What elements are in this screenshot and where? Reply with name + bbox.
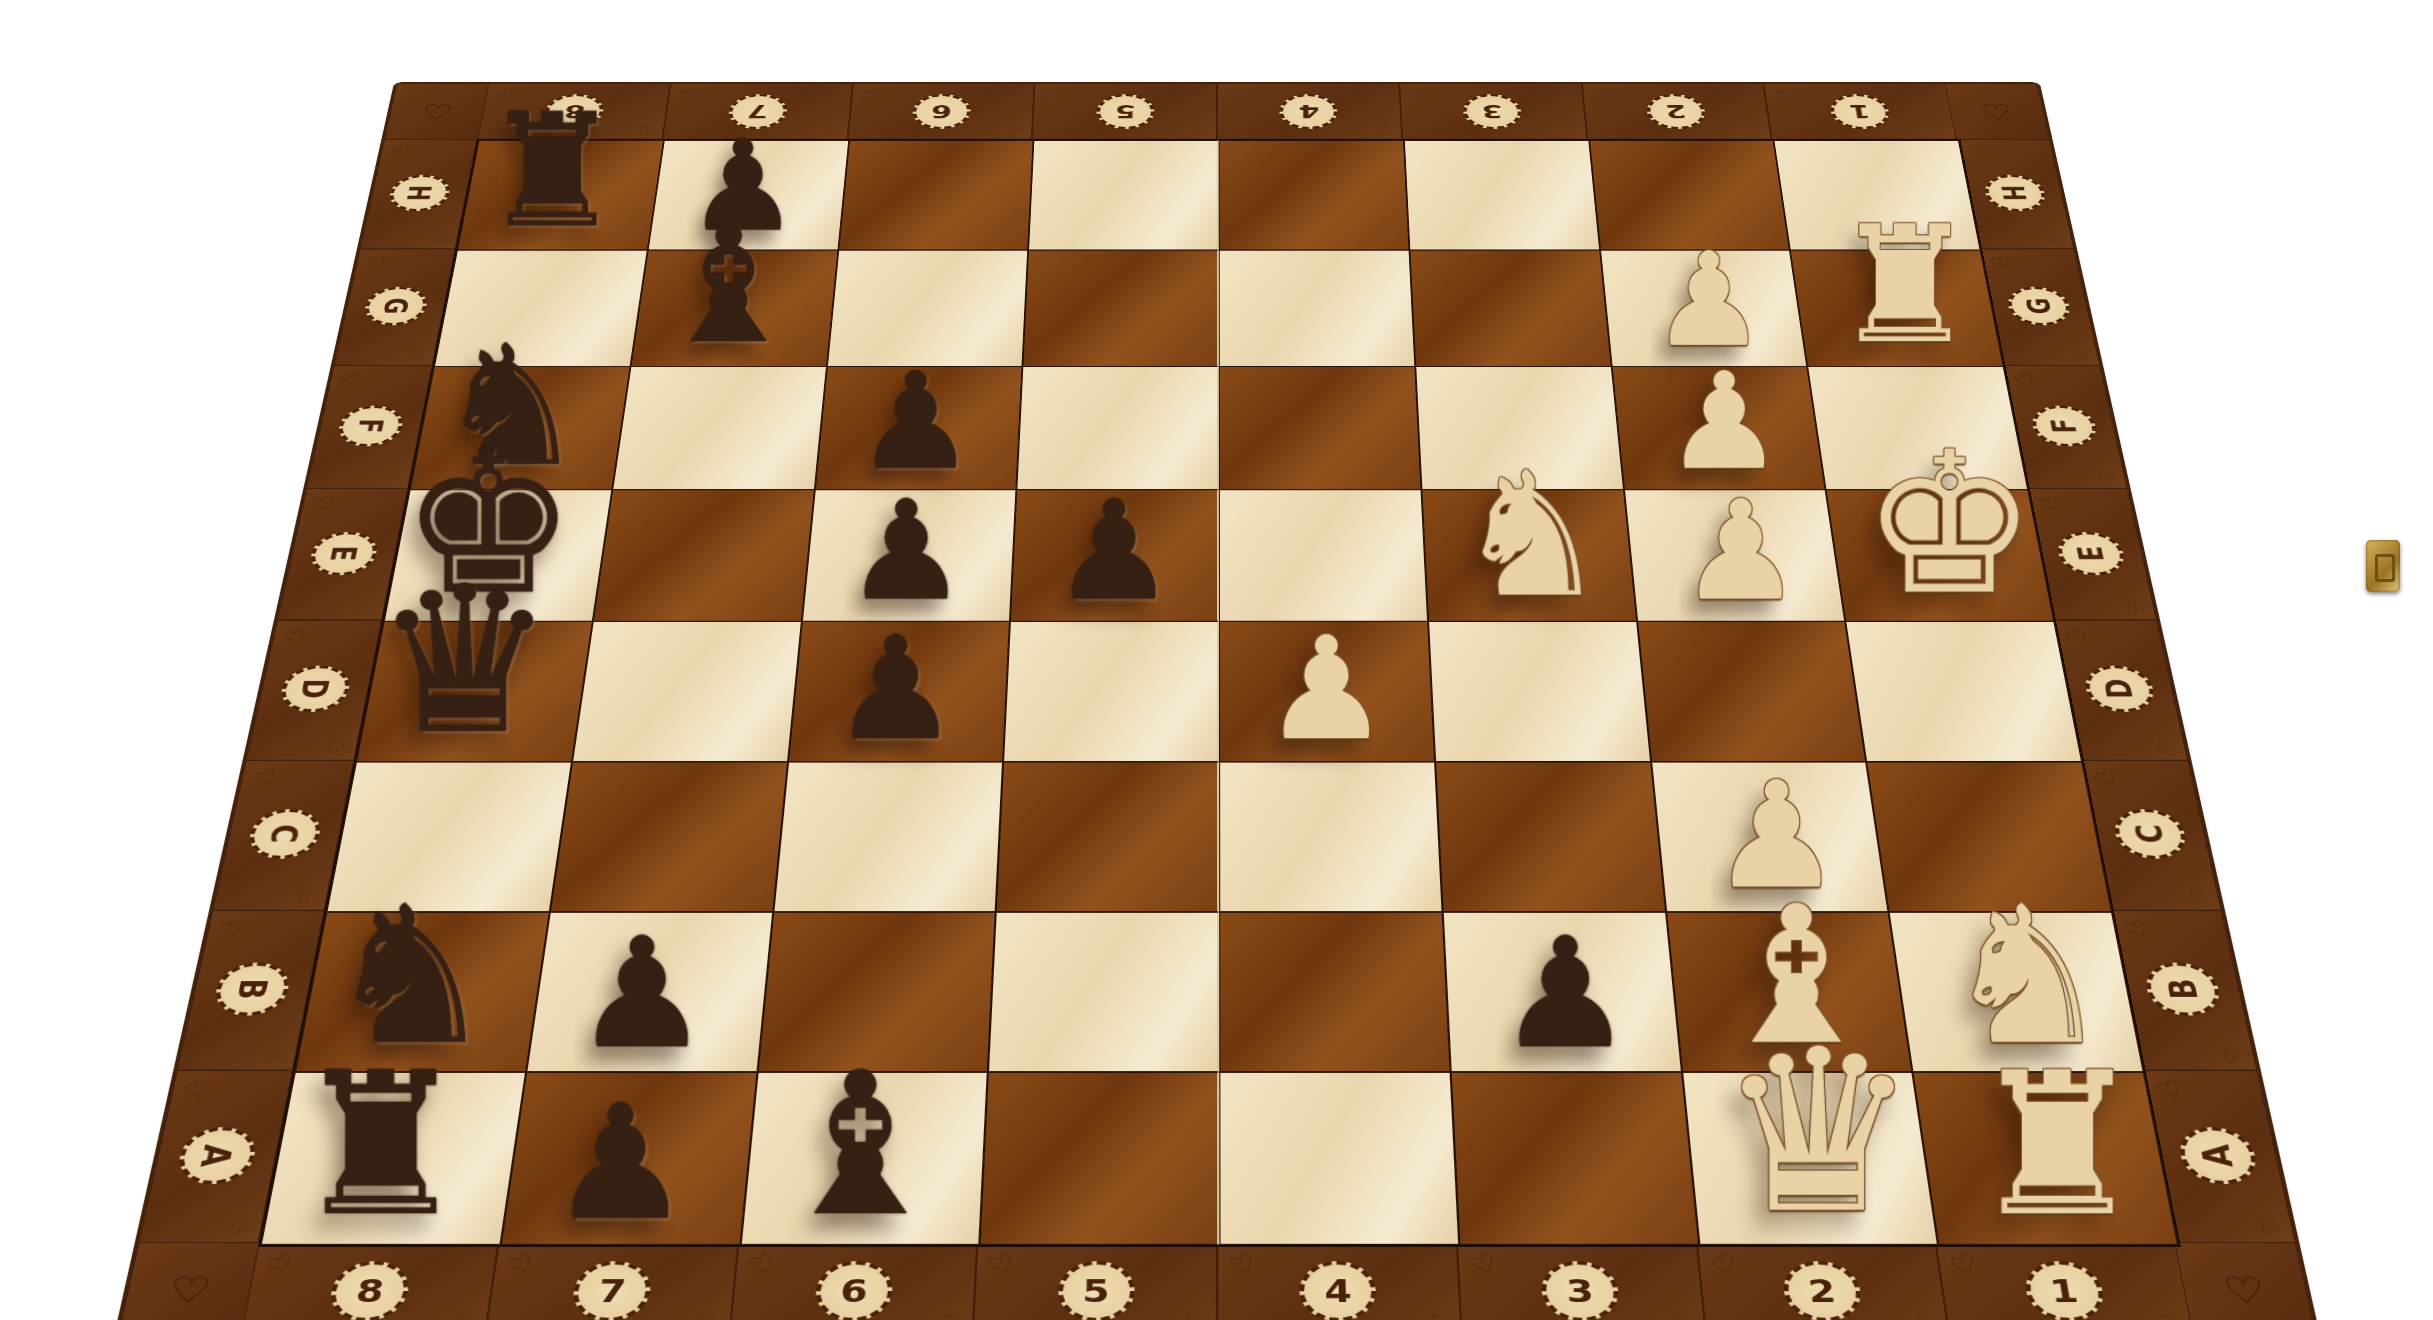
square-b4[interactable] <box>1219 912 1450 1073</box>
rank-bottom-label-text: 1 <box>2047 1276 2080 1307</box>
file-left-label-text: E <box>325 546 362 561</box>
perspective-viewport: ♡ ♡ ♡ ♡ 87654321 87654321 HGFEDCBA HGFED… <box>0 0 2433 1320</box>
black-pawn-b7[interactable]: ♟ <box>573 922 710 1067</box>
file-right-label-text: A <box>2195 1144 2238 1167</box>
file-right-label-text: G <box>2020 298 2055 314</box>
rank-top-label-cell-6: 6 <box>847 84 1035 139</box>
square-g4[interactable] <box>1218 250 1414 366</box>
rank-bottom-label-cell-2: 2 <box>1696 1243 1950 1320</box>
file-left-label-text: C <box>264 825 304 844</box>
rank-top-label-2: 2 <box>1644 94 1706 129</box>
rank-labels-bottom-band: 87654321 <box>239 1243 2194 1320</box>
file-left-label-text: G <box>378 298 413 314</box>
rank-top-label-text: 2 <box>1664 103 1687 121</box>
square-c5[interactable] <box>995 762 1218 912</box>
rank-bottom-label-cell-3: 3 <box>1456 1243 1705 1320</box>
rank-top-label-cell-4: 4 <box>1217 84 1402 139</box>
rank-bottom-label-text: 7 <box>596 1276 627 1307</box>
rank-bottom-label-5: 5 <box>1056 1261 1134 1320</box>
rank-bottom-label-text: 3 <box>1565 1276 1595 1307</box>
file-right-label-a: A <box>2174 1127 2260 1184</box>
square-e2[interactable]: ♟ <box>1623 490 1845 622</box>
rank-bottom-label-cell-1: 1 <box>1935 1243 2194 1320</box>
brass-latch <box>2366 540 2400 592</box>
file-left-label-d: D <box>276 666 353 713</box>
square-e5[interactable]: ♟ <box>1010 490 1219 622</box>
rank-top-label-cell-5: 5 <box>1032 84 1217 139</box>
file-left-label-a: A <box>173 1127 259 1184</box>
white-pawn-f2[interactable]: ♟ <box>1664 359 1784 486</box>
square-d3[interactable] <box>1427 622 1650 762</box>
square-a6[interactable]: ♝ <box>739 1073 987 1246</box>
rank-top-label-cell-2: 2 <box>1581 84 1771 139</box>
square-d6[interactable]: ♟ <box>787 622 1010 762</box>
rank-bottom-label-text: 2 <box>1806 1276 1837 1307</box>
black-bishop-a6[interactable]: ♝ <box>771 1052 948 1239</box>
black-pawn-a7[interactable]: ♟ <box>549 1089 691 1239</box>
rank-top-label-text: 6 <box>930 103 952 121</box>
black-bishop-g7[interactable]: ♝ <box>656 209 801 362</box>
file-left-label-h: H <box>385 175 452 211</box>
file-right-label-text: F <box>2045 419 2080 433</box>
square-g7[interactable]: ♝ <box>630 250 838 366</box>
rank-top-label-text: 3 <box>1481 103 1503 121</box>
square-e3[interactable]: ♞ <box>1421 490 1636 622</box>
file-right-label-text: E <box>2072 546 2109 561</box>
square-d1[interactable] <box>1845 622 2082 762</box>
frame-corner-bottom-left: ♡ <box>116 1242 261 1320</box>
black-queen-d8[interactable]: ♛ <box>374 565 555 757</box>
black-rook-h8[interactable]: ♜ <box>482 97 623 246</box>
rank-bottom-label-text: 4 <box>1323 1276 1351 1307</box>
white-pawn-e2[interactable]: ♟ <box>1678 486 1802 617</box>
rank-bottom-label-1: 1 <box>2020 1261 2107 1320</box>
square-h6[interactable] <box>837 141 1033 251</box>
file-left-label-text: B <box>231 979 272 1000</box>
white-pawn-d4[interactable]: ♟ <box>1262 622 1390 757</box>
rank-bottom-label-text: 8 <box>353 1276 386 1307</box>
rank-bottom-label-text: 6 <box>839 1276 869 1307</box>
white-rook-g1[interactable]: ♜ <box>1832 209 1977 362</box>
white-king-e1[interactable]: ♚ <box>1861 431 2037 617</box>
square-b7[interactable]: ♟ <box>525 912 772 1073</box>
square-h4[interactable] <box>1218 141 1408 251</box>
square-g5[interactable] <box>1022 250 1218 366</box>
rank-bottom-label-cell-7: 7 <box>483 1243 737 1320</box>
black-pawn-f6[interactable]: ♟ <box>855 359 975 486</box>
rank-bottom-label-2: 2 <box>1780 1261 1864 1320</box>
square-c3[interactable] <box>1434 762 1665 912</box>
rank-top-label-text: 5 <box>1114 103 1135 121</box>
rank-top-label-1: 1 <box>1827 94 1891 129</box>
square-c7[interactable] <box>549 762 787 912</box>
rank-top-label-text: 1 <box>1847 103 1871 121</box>
square-a7[interactable]: ♟ <box>500 1073 757 1246</box>
file-right-label-text: D <box>2099 679 2138 699</box>
black-rook-a8[interactable]: ♜ <box>293 1052 470 1239</box>
file-right-label-cell-d: D <box>2052 620 2188 760</box>
square-c4[interactable] <box>1219 762 1442 912</box>
file-right-label-h: H <box>1981 175 2048 211</box>
file-right-label-e: E <box>2053 532 2127 576</box>
rank-top-label-cell-3: 3 <box>1399 84 1587 139</box>
square-a3[interactable] <box>1450 1073 1698 1246</box>
file-left-label-cell-d: D <box>245 620 381 760</box>
rank-bottom-label-cell-8: 8 <box>239 1243 498 1320</box>
square-a1[interactable]: ♜ <box>1912 1073 2177 1246</box>
square-b5[interactable] <box>988 912 1219 1073</box>
frame-corner-bottom-right: ♡ <box>2172 1242 2317 1320</box>
rank-bottom-label-8: 8 <box>326 1261 413 1320</box>
rank-top-label-cell-1: 1 <box>1763 84 1956 139</box>
rank-top-label-4: 4 <box>1279 94 1338 129</box>
square-b3[interactable]: ♟ <box>1442 912 1681 1073</box>
file-left-label-g: G <box>360 287 429 326</box>
rank-bottom-label-cell-6: 6 <box>728 1243 977 1320</box>
file-right-label-text: B <box>2161 979 2202 1000</box>
rank-top-label-text: 8 <box>562 103 586 121</box>
black-pawn-e6[interactable]: ♟ <box>844 486 968 617</box>
square-f7[interactable] <box>612 367 826 491</box>
square-c6[interactable] <box>772 762 1003 912</box>
square-h3[interactable] <box>1403 141 1599 251</box>
file-left-label-text: A <box>195 1144 238 1167</box>
white-knight-e3[interactable]: ♞ <box>1454 454 1608 617</box>
square-e1[interactable]: ♚ <box>1825 490 2053 622</box>
square-a2[interactable]: ♛ <box>1681 1073 1938 1246</box>
frame-corner-top-left: ♡ <box>383 84 489 141</box>
board-squares-grid: ♜♟♝♟♜♞♟♟♚♟♟♞♟♚♛♟♟♟♞♟♟♝♞♜♟♝♛♜ <box>257 140 2180 1247</box>
file-left-label-c: C <box>244 810 324 860</box>
rank-top-label-5: 5 <box>1095 94 1154 129</box>
file-right-label-text: H <box>1997 186 2031 202</box>
square-d2[interactable] <box>1636 622 1866 762</box>
rank-top-label-6: 6 <box>911 94 972 129</box>
chessboard-photo-stage: ♡ ♡ ♡ ♡ 87654321 87654321 HGFEDCBA HGFED… <box>0 0 2433 1320</box>
square-e6[interactable]: ♟ <box>801 490 1016 622</box>
file-right-label-text: C <box>2129 825 2169 844</box>
rank-top-label-text: 4 <box>1298 103 1319 121</box>
square-g3[interactable] <box>1409 250 1611 366</box>
file-right-label-c: C <box>2109 810 2189 860</box>
rank-top-label-3: 3 <box>1462 94 1523 129</box>
square-d8[interactable]: ♛ <box>356 622 593 762</box>
file-right-label-d: D <box>2080 666 2157 713</box>
file-left-label-text: F <box>352 419 387 433</box>
rank-bottom-label-4: 4 <box>1299 1261 1377 1320</box>
white-queen-a2[interactable]: ♛ <box>1716 1025 1917 1238</box>
black-pawn-b3[interactable]: ♟ <box>1497 922 1634 1067</box>
rank-bottom-label-cell-5: 5 <box>972 1243 1216 1320</box>
file-left-label-cell-h: H <box>359 140 476 250</box>
file-right-label-b: B <box>2140 963 2223 1016</box>
frame-corner-top-right: ♡ <box>1944 84 2050 141</box>
rank-bottom-label-3: 3 <box>1539 1261 1620 1320</box>
square-g1[interactable]: ♜ <box>1790 250 2004 366</box>
rank-bottom-label-cell-4: 4 <box>1217 1243 1461 1320</box>
white-rook-a1[interactable]: ♜ <box>1968 1052 2145 1239</box>
file-left-label-text: D <box>295 679 334 699</box>
file-left-label-b: B <box>210 963 293 1016</box>
square-a4[interactable] <box>1219 1073 1459 1246</box>
square-d7[interactable] <box>571 622 801 762</box>
square-h5[interactable] <box>1028 141 1218 251</box>
square-h8[interactable]: ♜ <box>457 141 664 251</box>
square-d5[interactable] <box>1003 622 1219 762</box>
square-a8[interactable]: ♜ <box>260 1073 525 1246</box>
file-left-label-text: H <box>402 186 436 202</box>
square-e7[interactable] <box>592 490 814 622</box>
file-right-label-f: F <box>2028 406 2100 447</box>
rank-bottom-label-6: 6 <box>813 1261 894 1320</box>
file-left-label-f: F <box>334 406 406 447</box>
wooden-chess-board: ♡ ♡ ♡ ♡ 87654321 87654321 HGFEDCBA HGFED… <box>116 84 2317 1320</box>
rank-top-label-text: 7 <box>746 103 769 121</box>
file-right-label-g: G <box>2003 287 2072 326</box>
rank-bottom-label-text: 5 <box>1081 1276 1109 1307</box>
square-a5[interactable] <box>979 1073 1219 1246</box>
square-d4[interactable]: ♟ <box>1219 622 1435 762</box>
file-left-label-e: E <box>306 532 380 576</box>
black-pawn-e5[interactable]: ♟ <box>1052 486 1176 617</box>
rank-bottom-label-7: 7 <box>569 1261 653 1320</box>
square-e4[interactable] <box>1218 490 1427 622</box>
black-pawn-d6[interactable]: ♟ <box>831 622 959 757</box>
square-f4[interactable] <box>1218 367 1420 491</box>
